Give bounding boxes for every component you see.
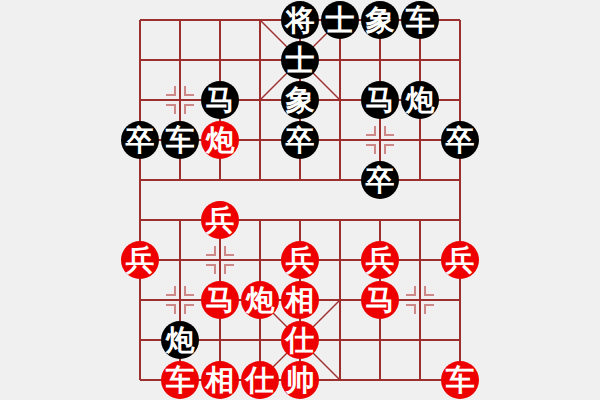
black-general[interactable]: 将	[281, 1, 319, 39]
black-elephant[interactable]: 象	[281, 81, 319, 119]
black-cannon[interactable]: 炮	[401, 81, 439, 119]
red-soldier[interactable]: 兵	[121, 241, 159, 279]
red-soldier[interactable]: 兵	[441, 241, 479, 279]
red-soldier[interactable]: 兵	[361, 241, 399, 279]
black-horse[interactable]: 马	[201, 81, 239, 119]
red-advisor[interactable]: 仕	[241, 361, 279, 399]
red-cannon[interactable]: 炮	[241, 281, 279, 319]
black-soldier[interactable]: 卒	[441, 121, 479, 159]
red-chariot[interactable]: 车	[161, 361, 199, 399]
pieces-layer: 将士象车士马象马炮卒车卒卒卒炮炮兵兵兵兵兵马炮相马仕车相仕帅车	[0, 0, 600, 400]
red-chariot[interactable]: 车	[441, 361, 479, 399]
red-advisor[interactable]: 仕	[281, 321, 319, 359]
red-general[interactable]: 帅	[281, 361, 319, 399]
black-advisor[interactable]: 士	[281, 41, 319, 79]
black-soldier[interactable]: 卒	[361, 161, 399, 199]
black-elephant[interactable]: 象	[361, 1, 399, 39]
red-horse[interactable]: 马	[361, 281, 399, 319]
black-horse[interactable]: 马	[361, 81, 399, 119]
black-cannon[interactable]: 炮	[161, 321, 199, 359]
black-chariot[interactable]: 车	[401, 1, 439, 39]
xiangqi-board: 将士象车士马象马炮卒车卒卒卒炮炮兵兵兵兵兵马炮相马仕车相仕帅车	[0, 0, 600, 400]
red-elephant[interactable]: 相	[201, 361, 239, 399]
red-cannon[interactable]: 炮	[201, 121, 239, 159]
black-soldier[interactable]: 卒	[121, 121, 159, 159]
red-elephant[interactable]: 相	[281, 281, 319, 319]
black-chariot[interactable]: 车	[161, 121, 199, 159]
black-soldier[interactable]: 卒	[281, 121, 319, 159]
black-advisor[interactable]: 士	[321, 1, 359, 39]
red-soldier[interactable]: 兵	[281, 241, 319, 279]
red-horse[interactable]: 马	[201, 281, 239, 319]
red-soldier[interactable]: 兵	[201, 201, 239, 239]
